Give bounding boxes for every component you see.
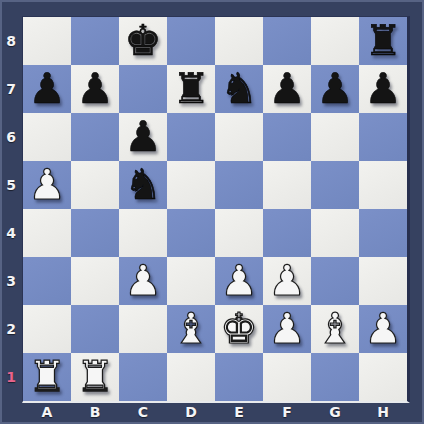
square-b2[interactable] [71,305,119,353]
square-e8[interactable] [215,17,263,65]
square-h1[interactable] [359,353,407,401]
square-e2[interactable]: ♚ [215,305,263,353]
square-f5[interactable] [263,161,311,209]
square-d3[interactable] [167,257,215,305]
white-pawn[interactable]: ♟ [268,257,306,305]
square-g7[interactable]: ♟ [311,65,359,113]
square-h3[interactable] [359,257,407,305]
rank-labels: 87654321 [0,17,22,401]
square-b5[interactable] [71,161,119,209]
file-label-b: B [71,402,119,422]
file-label-h: H [359,402,407,422]
square-f7[interactable]: ♟ [263,65,311,113]
square-d8[interactable] [167,17,215,65]
square-b4[interactable] [71,209,119,257]
square-c4[interactable] [119,209,167,257]
rank-label-6: 6 [0,113,22,161]
square-e6[interactable] [215,113,263,161]
black-pawn[interactable]: ♟ [364,65,402,113]
square-g4[interactable] [311,209,359,257]
rank-label-5: 5 [0,161,22,209]
square-b6[interactable] [71,113,119,161]
square-e7[interactable]: ♞ [215,65,263,113]
square-c7[interactable] [119,65,167,113]
black-pawn[interactable]: ♟ [28,65,66,113]
square-h4[interactable] [359,209,407,257]
white-pawn[interactable]: ♟ [124,257,162,305]
rank-label-8: 8 [0,17,22,65]
white-rook[interactable]: ♜ [28,353,66,401]
rank-label-7: 7 [0,65,22,113]
rank-label-1: 1 [0,353,22,401]
square-c1[interactable] [119,353,167,401]
white-pawn[interactable]: ♟ [28,161,66,209]
square-a1[interactable]: ♜ [23,353,71,401]
file-label-g: G [311,402,359,422]
square-h5[interactable] [359,161,407,209]
square-c2[interactable] [119,305,167,353]
chess-board[interactable]: ♚♜♟♟♜♞♟♟♟♟♟♞♟♟♟♝♚♟♝♟♜♜ [22,16,410,403]
black-knight[interactable]: ♞ [124,161,162,209]
square-c5[interactable]: ♞ [119,161,167,209]
square-f2[interactable]: ♟ [263,305,311,353]
square-c8[interactable]: ♚ [119,17,167,65]
square-h2[interactable]: ♟ [359,305,407,353]
file-label-f: F [263,402,311,422]
square-g8[interactable] [311,17,359,65]
square-a6[interactable] [23,113,71,161]
file-label-d: D [167,402,215,422]
square-e5[interactable] [215,161,263,209]
square-g2[interactable]: ♝ [311,305,359,353]
black-pawn[interactable]: ♟ [316,65,354,113]
black-king[interactable]: ♚ [124,17,162,65]
black-knight[interactable]: ♞ [220,65,258,113]
square-e3[interactable]: ♟ [215,257,263,305]
square-b3[interactable] [71,257,119,305]
square-g1[interactable] [311,353,359,401]
square-d4[interactable] [167,209,215,257]
file-label-e: E [215,402,263,422]
black-pawn[interactable]: ♟ [124,113,162,161]
square-d7[interactable]: ♜ [167,65,215,113]
square-b7[interactable]: ♟ [71,65,119,113]
black-rook[interactable]: ♜ [172,65,210,113]
chess-diagram: 87654321 ♚♜♟♟♜♞♟♟♟♟♟♞♟♟♟♝♚♟♝♟♜♜ ABCDEFGH [0,0,424,424]
square-a4[interactable] [23,209,71,257]
square-h8[interactable]: ♜ [359,17,407,65]
white-pawn[interactable]: ♟ [364,305,402,353]
square-h6[interactable] [359,113,407,161]
square-f1[interactable] [263,353,311,401]
rank-label-3: 3 [0,257,22,305]
square-b8[interactable] [71,17,119,65]
square-e4[interactable] [215,209,263,257]
square-e1[interactable] [215,353,263,401]
square-d2[interactable]: ♝ [167,305,215,353]
square-a3[interactable] [23,257,71,305]
square-h7[interactable]: ♟ [359,65,407,113]
square-c6[interactable]: ♟ [119,113,167,161]
white-rook[interactable]: ♜ [76,353,114,401]
square-a7[interactable]: ♟ [23,65,71,113]
white-bishop[interactable]: ♝ [172,305,210,353]
black-pawn[interactable]: ♟ [76,65,114,113]
square-d1[interactable] [167,353,215,401]
square-a5[interactable]: ♟ [23,161,71,209]
square-d6[interactable] [167,113,215,161]
square-a2[interactable] [23,305,71,353]
square-f6[interactable] [263,113,311,161]
file-label-a: A [23,402,71,422]
white-king[interactable]: ♚ [220,305,258,353]
black-rook[interactable]: ♜ [364,17,402,65]
rank-label-4: 4 [0,209,22,257]
square-c3[interactable]: ♟ [119,257,167,305]
white-pawn[interactable]: ♟ [268,305,306,353]
square-b1[interactable]: ♜ [71,353,119,401]
square-f4[interactable] [263,209,311,257]
square-f8[interactable] [263,17,311,65]
white-bishop[interactable]: ♝ [316,305,354,353]
file-labels: ABCDEFGH [23,402,407,422]
white-pawn[interactable]: ♟ [220,257,258,305]
black-pawn[interactable]: ♟ [268,65,306,113]
square-g5[interactable] [311,161,359,209]
file-label-c: C [119,402,167,422]
square-f3[interactable]: ♟ [263,257,311,305]
square-g6[interactable] [311,113,359,161]
square-d5[interactable] [167,161,215,209]
square-a8[interactable] [23,17,71,65]
square-g3[interactable] [311,257,359,305]
rank-label-2: 2 [0,305,22,353]
